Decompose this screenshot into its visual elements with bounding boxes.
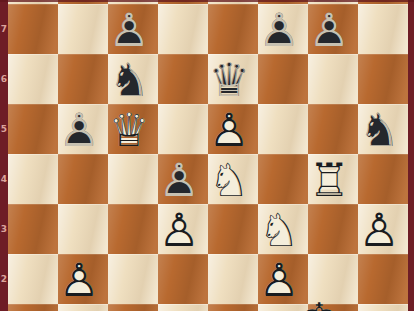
square-g4[interactable]: ♜♖	[308, 154, 358, 204]
piece-black-pawn-c7[interactable]: ♟♙	[104, 5, 154, 55]
piece-white-pawn-b2[interactable]: ♟♙	[54, 255, 104, 305]
piece-black-knight-c6[interactable]: ♞♘	[104, 55, 154, 105]
square-e3[interactable]	[208, 204, 258, 254]
white-king-icon: ♚	[294, 295, 344, 311]
white-knight-icon: ♞	[254, 205, 304, 255]
black-queen-icon: ♛	[204, 55, 254, 105]
piece-black-pawn-d4[interactable]: ♟♙	[154, 155, 204, 205]
white-knight-icon: ♞	[204, 155, 254, 205]
board-border-left: 7 6 5 4 3 2	[0, 0, 8, 311]
square-b3[interactable]	[58, 204, 108, 254]
square-d3[interactable]: ♟♙	[158, 204, 208, 254]
white-knight-outline-icon: ♘	[204, 155, 254, 205]
piece-white-pawn-e5[interactable]: ♟♙	[204, 105, 254, 155]
black-pawn-outline-icon: ♙	[254, 5, 304, 55]
square-h2[interactable]	[358, 254, 408, 304]
rank-label-2: 2	[0, 274, 8, 284]
square-b4[interactable]	[58, 154, 108, 204]
square-f6[interactable]	[258, 54, 308, 104]
piece-black-queen-e6[interactable]: ♛♕	[204, 55, 254, 105]
piece-black-pawn-g7[interactable]: ♟♙	[304, 5, 354, 55]
square-b5[interactable]: ♟♙	[58, 104, 108, 154]
square-f5[interactable]	[258, 104, 308, 154]
black-knight-icon: ♞	[354, 105, 404, 155]
square-c2[interactable]	[108, 254, 158, 304]
square-f7[interactable]: ♟♙	[258, 4, 308, 54]
square-a7[interactable]	[8, 4, 58, 54]
black-pawn-icon: ♟	[304, 5, 354, 55]
white-pawn-icon: ♟	[54, 255, 104, 305]
square-g5[interactable]	[308, 104, 358, 154]
piece-white-king-g1[interactable]: ♚♔	[294, 295, 344, 311]
piece-black-pawn-f7[interactable]: ♟♙	[254, 5, 304, 55]
square-d7[interactable]	[158, 4, 208, 54]
black-pawn-outline-icon: ♙	[104, 5, 154, 55]
square-h7[interactable]	[358, 4, 408, 54]
square-d4[interactable]: ♟♙	[158, 154, 208, 204]
square-e1[interactable]	[208, 304, 258, 311]
black-knight-icon: ♞	[104, 55, 154, 105]
square-b6[interactable]	[58, 54, 108, 104]
square-g1[interactable]: ♚♔	[308, 304, 358, 311]
black-pawn-outline-icon: ♙	[154, 155, 204, 205]
square-a4[interactable]	[8, 154, 58, 204]
piece-white-pawn-d3[interactable]: ♟♙	[154, 205, 204, 255]
black-pawn-icon: ♟	[54, 105, 104, 155]
white-pawn-outline-icon: ♙	[154, 205, 204, 255]
rank-label-3: 3	[0, 224, 8, 234]
white-pawn-icon: ♟	[354, 205, 404, 255]
square-e6[interactable]: ♛♕	[208, 54, 258, 104]
square-a3[interactable]	[8, 204, 58, 254]
black-pawn-icon: ♟	[254, 5, 304, 55]
square-d5[interactable]	[158, 104, 208, 154]
rank-label-5: 5	[0, 124, 8, 134]
square-f3[interactable]: ♞♘	[258, 204, 308, 254]
black-knight-outline-icon: ♘	[354, 105, 404, 155]
square-g7[interactable]: ♟♙	[308, 4, 358, 54]
square-c5[interactable]: ♛♕	[108, 104, 158, 154]
piece-white-queen-c5[interactable]: ♛♕	[104, 105, 154, 155]
chessboard: ♚♔♟♙♟♙♟♙♞♘♛♕♟♙♛♕♟♙♞♘♟♙♞♘♜♖♟♙♞♘♟♙♟♙♟♙♚♔ 7…	[0, 0, 414, 311]
square-c7[interactable]: ♟♙	[108, 4, 158, 54]
square-c3[interactable]	[108, 204, 158, 254]
white-king-outline-icon: ♔	[294, 295, 344, 311]
black-pawn-outline-icon: ♙	[54, 105, 104, 155]
white-knight-outline-icon: ♘	[254, 205, 304, 255]
white-queen-outline-icon: ♕	[104, 105, 154, 155]
square-h5[interactable]: ♞♘	[358, 104, 408, 154]
white-pawn-icon: ♟	[204, 105, 254, 155]
square-d6[interactable]	[158, 54, 208, 104]
square-b7[interactable]	[58, 4, 108, 54]
square-h3[interactable]: ♟♙	[358, 204, 408, 254]
black-pawn-outline-icon: ♙	[304, 5, 354, 55]
white-pawn-icon: ♟	[154, 205, 204, 255]
square-c4[interactable]	[108, 154, 158, 204]
square-a6[interactable]	[8, 54, 58, 104]
square-c6[interactable]: ♞♘	[108, 54, 158, 104]
square-a5[interactable]	[8, 104, 58, 154]
square-f4[interactable]	[258, 154, 308, 204]
black-knight-outline-icon: ♘	[104, 55, 154, 105]
square-b2[interactable]: ♟♙	[58, 254, 108, 304]
square-e4[interactable]: ♞♘	[208, 154, 258, 204]
piece-white-rook-g4[interactable]: ♜♖	[304, 155, 354, 205]
square-a2[interactable]	[8, 254, 58, 304]
white-rook-icon: ♜	[304, 155, 354, 205]
square-h4[interactable]	[358, 154, 408, 204]
rank-label-7: 7	[0, 24, 8, 34]
square-a1[interactable]	[8, 304, 58, 311]
board-border-top	[0, 0, 414, 2]
square-e7[interactable]	[208, 4, 258, 54]
square-h6[interactable]	[358, 54, 408, 104]
white-rook-outline-icon: ♖	[304, 155, 354, 205]
piece-white-knight-e4[interactable]: ♞♘	[204, 155, 254, 205]
white-pawn-outline-icon: ♙	[204, 105, 254, 155]
black-pawn-icon: ♟	[104, 5, 154, 55]
square-g6[interactable]	[308, 54, 358, 104]
square-h1[interactable]	[358, 304, 408, 311]
board: ♚♔♟♙♟♙♟♙♞♘♛♕♟♙♛♕♟♙♞♘♟♙♞♘♜♖♟♙♞♘♟♙♟♙♟♙♚♔	[8, 0, 408, 311]
piece-black-knight-h5[interactable]: ♞♘	[354, 105, 404, 155]
piece-black-pawn-b5[interactable]: ♟♙	[54, 105, 104, 155]
black-pawn-icon: ♟	[154, 155, 204, 205]
white-pawn-outline-icon: ♙	[354, 205, 404, 255]
square-d2[interactable]	[158, 254, 208, 304]
white-pawn-outline-icon: ♙	[54, 255, 104, 305]
square-e5[interactable]: ♟♙	[208, 104, 258, 154]
rank-label-6: 6	[0, 74, 8, 84]
square-e2[interactable]	[208, 254, 258, 304]
piece-white-knight-f3[interactable]: ♞♘	[254, 205, 304, 255]
square-c1[interactable]	[108, 304, 158, 311]
piece-white-pawn-h3[interactable]: ♟♙	[354, 205, 404, 255]
black-queen-outline-icon: ♕	[204, 55, 254, 105]
rank-label-4: 4	[0, 174, 8, 184]
square-d1[interactable]	[158, 304, 208, 311]
square-g3[interactable]	[308, 204, 358, 254]
white-queen-icon: ♛	[104, 105, 154, 155]
square-b1[interactable]	[58, 304, 108, 311]
